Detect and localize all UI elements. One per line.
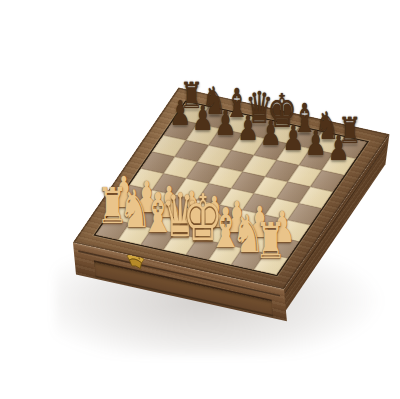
wooden-chess-box-scene: ♜♞♝♛♚♝♞♜♟♟♟♟♟♟♟♟♟♟♟♟♟♟♟♟♜♞♝♛♚♝♞♜ xyxy=(0,0,400,399)
